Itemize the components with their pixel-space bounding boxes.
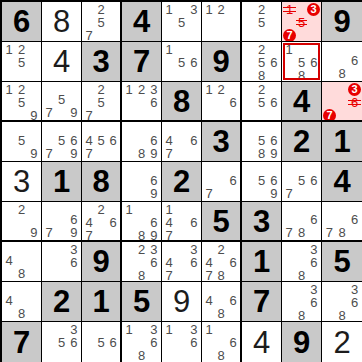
candidate-grid: 1568	[282, 42, 321, 81]
cell-r5c8[interactable]: 567	[282, 162, 322, 202]
cell-r9c6[interactable]: 168	[202, 322, 242, 362]
candidate-1: 1	[203, 3, 215, 16]
candidate-grid: 367	[322, 82, 362, 120]
cell-r6c6[interactable]: 5	[202, 202, 242, 242]
candidate-5: 5	[15, 96, 27, 109]
candidate-6: 6	[188, 256, 200, 269]
candidate-slot-4	[243, 174, 255, 187]
given-digit: 9	[212, 46, 229, 77]
candidate-slot-4	[3, 216, 15, 226]
candidate-slot-2	[295, 203, 307, 213]
candidate-6: 6	[188, 56, 200, 69]
candidate-grid: 68	[322, 42, 362, 81]
candidate-slot-9	[188, 69, 200, 80]
candidate-5: 5	[175, 16, 187, 29]
candidate-slot-7	[243, 147, 255, 160]
given-digit: 5	[333, 246, 350, 277]
candidate-slot-9	[28, 69, 40, 80]
cell-r1c7[interactable]: 25	[242, 2, 282, 42]
given-digit: 2	[53, 286, 70, 317]
cell-r4c7[interactable]: 5689	[242, 122, 282, 162]
candidate-slot-7	[123, 109, 135, 119]
candidate-slot-4	[163, 56, 175, 69]
cell-r4c6[interactable]: 3	[202, 122, 242, 162]
cell-r5c9[interactable]: 4	[322, 162, 362, 202]
solved-digit: 4	[253, 327, 270, 358]
candidate-slot-4	[123, 96, 135, 109]
candidate-slot-4	[163, 16, 175, 29]
candidate-slot-9	[28, 267, 40, 280]
cell-r4c9[interactable]: 1	[322, 122, 362, 162]
candidate-2: 2	[215, 3, 227, 16]
candidate-slot-9	[188, 349, 200, 361]
candidate-slot-9	[268, 109, 280, 119]
candidate-8: 8	[255, 147, 267, 160]
cell-r2c9[interactable]: 68	[322, 42, 362, 82]
candidate-5: 5	[15, 56, 27, 69]
cell-r3c6[interactable]: 126	[202, 82, 242, 122]
candidate-slot-5	[215, 96, 227, 109]
cell-r9c1[interactable]: 7	[2, 322, 42, 362]
candidate-slot-3	[28, 43, 40, 56]
cell-r1c1[interactable]: 6	[2, 2, 42, 42]
candidate-grid: 2368	[122, 242, 161, 281]
candidate-slot-1	[123, 123, 135, 134]
candidate-1: 1	[123, 83, 135, 96]
cell-r6c2[interactable]: 679	[42, 202, 82, 242]
candidate-slot-7	[323, 67, 336, 80]
candidate-slot-1	[243, 3, 255, 16]
cell-r9c9[interactable]: 2	[322, 322, 362, 362]
candidate-slot-4	[323, 96, 336, 109]
candidate-slot-9	[107, 147, 119, 160]
candidate-slot-7	[123, 349, 135, 362]
candidate-slot-7	[123, 229, 135, 242]
candidate-slot-2	[215, 163, 227, 174]
candidate-slot-9	[107, 109, 119, 122]
solved-digit: 3	[13, 166, 30, 197]
candidate-slot-1	[83, 83, 95, 96]
candidate-slot-9	[268, 29, 280, 40]
given-digit: 5	[212, 206, 229, 237]
cell-r7c4[interactable]: 2368	[122, 242, 162, 282]
candidate-slot-9	[107, 349, 119, 362]
candidate-slot-1	[323, 43, 336, 54]
candidate-slot-7	[83, 349, 95, 362]
cell-r9c5[interactable]: 136	[162, 322, 202, 362]
candidate-9: 9	[68, 106, 80, 119]
candidate-1: 1	[123, 203, 135, 216]
candidate-slot-6	[268, 16, 280, 29]
candidate-slot-1	[323, 283, 336, 296]
candidate-6: 6	[227, 256, 239, 269]
cell-r7c8[interactable]: 368	[282, 242, 322, 282]
cell-r9c2[interactable]: 356	[42, 322, 82, 362]
candidate-slot-1	[283, 203, 295, 213]
given-digit: 1	[92, 286, 109, 317]
candidate-8: 8	[336, 226, 349, 239]
cell-r1c6[interactable]: 12	[202, 2, 242, 42]
candidate-4: 4	[203, 294, 215, 307]
cell-r3c3[interactable]: 257	[82, 82, 122, 122]
candidate-8: 8	[215, 269, 227, 282]
candidate-slot-7	[283, 69, 295, 82]
candidate-slot-2	[215, 283, 227, 294]
candidate-slot-4	[3, 96, 15, 109]
given-digit: 1	[253, 246, 270, 277]
cell-r6c1[interactable]: 29	[2, 202, 42, 242]
cell-r8c9[interactable]: 368	[322, 282, 362, 322]
candidate-slot-7	[203, 109, 215, 119]
candidate-slot-8	[95, 29, 107, 42]
candidate-6: 6	[188, 134, 200, 147]
candidate-grid: 689	[122, 122, 161, 161]
candidate-slot-3	[268, 3, 280, 16]
given-digit: 9	[333, 6, 350, 37]
candidate-slot-2	[175, 123, 187, 134]
cell-r1c8[interactable]: 1357	[282, 2, 322, 42]
candidate-6: 6	[227, 294, 239, 307]
candidate-slot-2	[15, 243, 27, 254]
candidate-slot-7	[123, 187, 135, 200]
candidate-slot-7	[243, 187, 255, 200]
candidate-grid: 569	[242, 162, 281, 201]
candidate-slot-8	[175, 29, 187, 40]
candidate-slot-3	[28, 283, 40, 294]
cell-r8c6[interactable]: 468	[202, 282, 242, 322]
cell-r3c8[interactable]: 4	[282, 82, 322, 122]
candidate-slot-8	[175, 349, 187, 361]
candidate-slot-4	[123, 174, 135, 187]
cell-r1c9[interactable]: 9	[322, 2, 362, 42]
candidate-7: 7	[43, 226, 55, 239]
candidate-grid: 126	[202, 82, 240, 120]
candidate-8: 8	[135, 147, 147, 160]
cell-r7c1[interactable]: 48	[2, 242, 42, 282]
candidate-slot-1	[243, 123, 255, 134]
candidate-slot-8	[95, 147, 107, 160]
candidate-5: 5	[95, 134, 107, 147]
candidate-slot-2	[95, 323, 107, 336]
candidate-5: 5	[55, 93, 67, 106]
cell-r8c1[interactable]: 48	[2, 282, 42, 322]
candidate-slot-8	[296, 29, 307, 42]
candidate-4: 4	[3, 294, 15, 307]
cell-r9c7[interactable]: 4	[242, 322, 282, 362]
cell-r6c9[interactable]: 678	[322, 202, 362, 242]
cell-r6c4[interactable]: 1689	[122, 202, 162, 242]
cell-r5c5[interactable]: 2	[162, 162, 202, 202]
candidate-4: 4	[3, 254, 15, 267]
candidate-slot-4	[323, 54, 336, 67]
cell-r2c5[interactable]: 156	[162, 42, 202, 82]
cell-r5c6[interactable]: 67	[202, 162, 242, 202]
candidate-1: 1	[163, 3, 175, 16]
candidate-slot-2	[336, 43, 349, 54]
candidate-8: 8	[15, 307, 27, 320]
candidate-5: 5	[55, 134, 67, 147]
candidate-grid: 12	[202, 2, 240, 41]
candidate-6: 6	[188, 216, 200, 229]
cell-r8c2[interactable]: 2	[42, 282, 82, 322]
cell-r3c7[interactable]: 256	[242, 82, 282, 122]
candidate-3: 3	[188, 3, 200, 16]
cell-r4c8[interactable]: 2	[282, 122, 322, 162]
candidate-5: 5	[15, 134, 27, 147]
given-digit: 8	[173, 86, 190, 117]
candidate-9: 9	[268, 187, 280, 200]
given-digit: 4	[293, 86, 310, 117]
cell-r5c1[interactable]: 3	[2, 162, 42, 202]
candidate-slot-9	[308, 309, 320, 322]
candidate-slot-2	[55, 243, 67, 256]
cell-r2c1[interactable]: 125	[2, 42, 42, 82]
candidate-slot-8	[215, 187, 227, 200]
candidate-5: 5	[95, 96, 107, 109]
cell-r4c3[interactable]: 4567	[82, 122, 122, 162]
candidate-slot-1	[43, 203, 55, 213]
candidate-slot-8	[55, 106, 67, 119]
candidate-7: 7	[83, 147, 95, 160]
cell-r8c5[interactable]: 9	[162, 282, 202, 322]
candidate-grid: 48	[2, 282, 41, 321]
cell-r3c5[interactable]: 8	[162, 82, 202, 122]
candidate-slot-8	[55, 349, 67, 361]
candidate-1: 1	[163, 323, 175, 336]
candidate-slot-9	[68, 269, 80, 280]
candidate-slot-9	[227, 109, 239, 119]
candidate-slot-2	[135, 203, 147, 216]
candidate-grid: 368	[322, 282, 362, 321]
candidate-slot-5	[336, 96, 348, 109]
cell-r2c8[interactable]: 1568	[282, 42, 322, 82]
candidate-slot-4	[3, 134, 15, 147]
candidate-slot-9	[348, 226, 361, 239]
candidate-slot-6	[28, 294, 40, 307]
given-digit: 2	[293, 126, 310, 157]
candidate-slot-7	[163, 69, 175, 80]
given-digit: 1	[333, 126, 350, 157]
cell-r7c7[interactable]: 1	[242, 242, 282, 282]
candidate-slot-7	[283, 309, 295, 322]
candidate-grid: 29	[2, 202, 41, 240]
cell-r7c9[interactable]: 5	[322, 242, 362, 282]
candidate-slot-4	[243, 16, 255, 29]
given-digit: 6	[13, 6, 30, 37]
candidate-grid: 168	[202, 322, 240, 362]
candidate-grid: 257	[82, 82, 120, 120]
candidate-slot-9	[107, 29, 119, 42]
candidate-slot-2	[135, 163, 147, 174]
cell-r7c6[interactable]: 24678	[202, 242, 242, 282]
candidate-slot-1	[243, 43, 255, 56]
cell-r4c4[interactable]: 689	[122, 122, 162, 162]
candidate-slot-4	[123, 134, 135, 147]
candidate-slot-9	[227, 28, 239, 40]
cell-r9c3[interactable]: 56	[82, 322, 122, 362]
candidate-slot-7	[163, 349, 175, 361]
candidate-slot-6	[307, 16, 320, 29]
candidate-slot-8	[95, 349, 107, 362]
candidate-slot-2	[175, 243, 187, 256]
candidate-grid: 1689	[122, 202, 161, 240]
candidate-slot-7	[163, 29, 175, 40]
candidate-slot-4	[203, 96, 215, 109]
cell-r7c2[interactable]: 36	[42, 242, 82, 282]
cell-r8c8[interactable]: 368	[282, 282, 322, 322]
candidate-slot-3	[107, 83, 119, 96]
candidate-slot-1	[323, 203, 336, 213]
candidate-slot-8	[255, 187, 267, 200]
candidate-8: 8	[15, 267, 27, 280]
cell-r6c8[interactable]: 678	[282, 202, 322, 242]
cell-r3c2[interactable]: 579	[42, 82, 82, 122]
candidate-grid: 136	[162, 322, 201, 362]
cell-r9c8[interactable]: 9	[282, 322, 322, 362]
cell-r2c4[interactable]: 7	[122, 42, 162, 82]
candidate-slot-9	[148, 269, 160, 282]
candidate-slot-4	[123, 256, 135, 269]
candidate-slot-4	[283, 56, 295, 69]
candidate-grid: 468	[202, 282, 240, 321]
candidate-slot-1	[283, 163, 295, 174]
cell-r6c5[interactable]: 1467	[162, 202, 202, 242]
candidate-slot-5	[135, 96, 147, 109]
candidate-6: 6	[227, 174, 239, 187]
candidate-slot-9	[148, 349, 160, 362]
cell-r6c7[interactable]: 3	[242, 202, 282, 242]
candidate-slot-1	[123, 163, 135, 174]
candidate-2: 2	[135, 83, 147, 96]
cell-r2c6[interactable]: 9	[202, 42, 242, 82]
cell-r2c2[interactable]: 4	[42, 42, 82, 82]
candidate-8: 8	[336, 309, 349, 322]
candidate-6: 6	[268, 96, 280, 109]
candidate-slot-7	[3, 109, 15, 122]
candidate-slot-3	[28, 83, 40, 96]
cell-r8c7[interactable]: 7	[242, 282, 282, 322]
candidate-slot-1	[83, 323, 95, 336]
candidate-9: 9	[148, 147, 160, 160]
candidate-slot-2	[295, 243, 307, 256]
candidate-slot-9	[348, 109, 361, 122]
cell-r8c4[interactable]: 5	[122, 282, 162, 322]
cell-r8c3[interactable]: 1	[82, 282, 122, 322]
given-digit: 3	[253, 206, 270, 237]
candidate-7: 7	[163, 269, 175, 282]
cell-r3c4[interactable]: 1236	[122, 82, 162, 122]
candidate-slot-3	[107, 323, 119, 336]
cell-r3c9[interactable]: 367	[322, 82, 362, 122]
candidate-slot-9	[308, 69, 320, 82]
candidate-1: 1	[203, 83, 215, 96]
candidate-slot-6	[227, 16, 239, 28]
candidate-slot-6	[107, 16, 119, 29]
candidate-8: 8	[215, 349, 227, 362]
cell-r4c2[interactable]: 5679	[42, 122, 82, 162]
candidate-slot-7	[3, 226, 15, 239]
candidate-8: 8	[135, 349, 147, 362]
sudoku-board: 6825741351225135791254371569256815686812…	[0, 0, 362, 362]
cell-r1c2[interactable]: 8	[42, 2, 82, 42]
candidate-slot-1	[43, 243, 55, 256]
candidate-slot-8	[336, 109, 348, 122]
candidate-slot-9	[348, 309, 361, 322]
candidate-9: 9	[148, 187, 160, 200]
candidate-6: 6	[227, 96, 239, 109]
candidate-slot-1	[43, 83, 55, 93]
candidate-slot-7	[243, 69, 255, 82]
candidate-grid: 1236	[122, 82, 161, 120]
candidate-7: 7	[83, 109, 95, 122]
candidate-grid: 69	[122, 162, 161, 201]
candidate-grid: 2568	[242, 42, 281, 81]
candidate-9: 9	[268, 147, 280, 160]
candidate-6: 6	[68, 256, 80, 269]
candidate-slot-1	[43, 323, 55, 336]
candidate-slot-8	[175, 229, 187, 242]
candidate-slot-8	[135, 187, 147, 200]
cell-r5c7[interactable]: 569	[242, 162, 282, 202]
candidate-slot-8	[175, 147, 187, 160]
candidate-slot-8	[95, 109, 107, 122]
candidate-grid: 1357	[282, 2, 321, 41]
candidate-8: 8	[135, 269, 147, 282]
cell-r6c3[interactable]: 2467	[82, 202, 122, 242]
candidate-slot-3	[227, 3, 239, 16]
candidate-grid: 24678	[202, 242, 240, 281]
candidate-grid: 5679	[42, 122, 81, 161]
candidate-9: 9	[28, 147, 40, 160]
candidate-slot-9	[227, 187, 239, 200]
candidate-slot-1	[243, 83, 255, 96]
cell-r5c4[interactable]: 69	[122, 162, 162, 202]
cell-r4c1[interactable]: 59	[2, 122, 42, 162]
cell-r1c4[interactable]: 4	[122, 2, 162, 42]
cell-r4c5[interactable]: 467	[162, 122, 202, 162]
candidate-slot-8	[15, 109, 27, 122]
cell-r3c1[interactable]: 1259	[2, 82, 42, 122]
cell-r1c3[interactable]: 257	[82, 2, 122, 42]
candidate-grid: 256	[242, 82, 281, 120]
candidate-grid: 1259	[2, 82, 41, 120]
candidate-slot-6	[28, 56, 40, 69]
candidate-7: 7	[323, 226, 336, 239]
cell-r9c4[interactable]: 1368	[122, 322, 162, 362]
candidate-slot-4	[123, 216, 135, 229]
given-digit: 9	[92, 246, 109, 277]
candidate-slot-7	[323, 309, 336, 322]
candidate-slot-5	[95, 216, 107, 229]
cell-r5c2[interactable]: 1	[42, 162, 82, 202]
candidate-slot-5	[215, 16, 227, 28]
cell-r7c3[interactable]: 9	[82, 242, 122, 282]
cell-r2c3[interactable]: 3	[82, 42, 122, 82]
candidate-slot-1	[203, 163, 215, 174]
candidate-grid: 467	[162, 122, 201, 161]
candidate-slot-7	[203, 28, 215, 40]
candidate-slot-2	[135, 123, 147, 134]
cell-r7c5[interactable]: 3467	[162, 242, 202, 282]
candidate-slot-7	[203, 349, 215, 362]
candidate-5: 5	[255, 96, 267, 109]
cell-r5c3[interactable]: 8	[82, 162, 122, 202]
candidate-grid: 3467	[162, 242, 201, 281]
cell-r1c5[interactable]: 135	[162, 2, 202, 42]
cell-r2c7[interactable]: 2568	[242, 42, 282, 82]
candidate-8: 8	[135, 229, 147, 242]
candidate-slot-3	[28, 203, 40, 216]
